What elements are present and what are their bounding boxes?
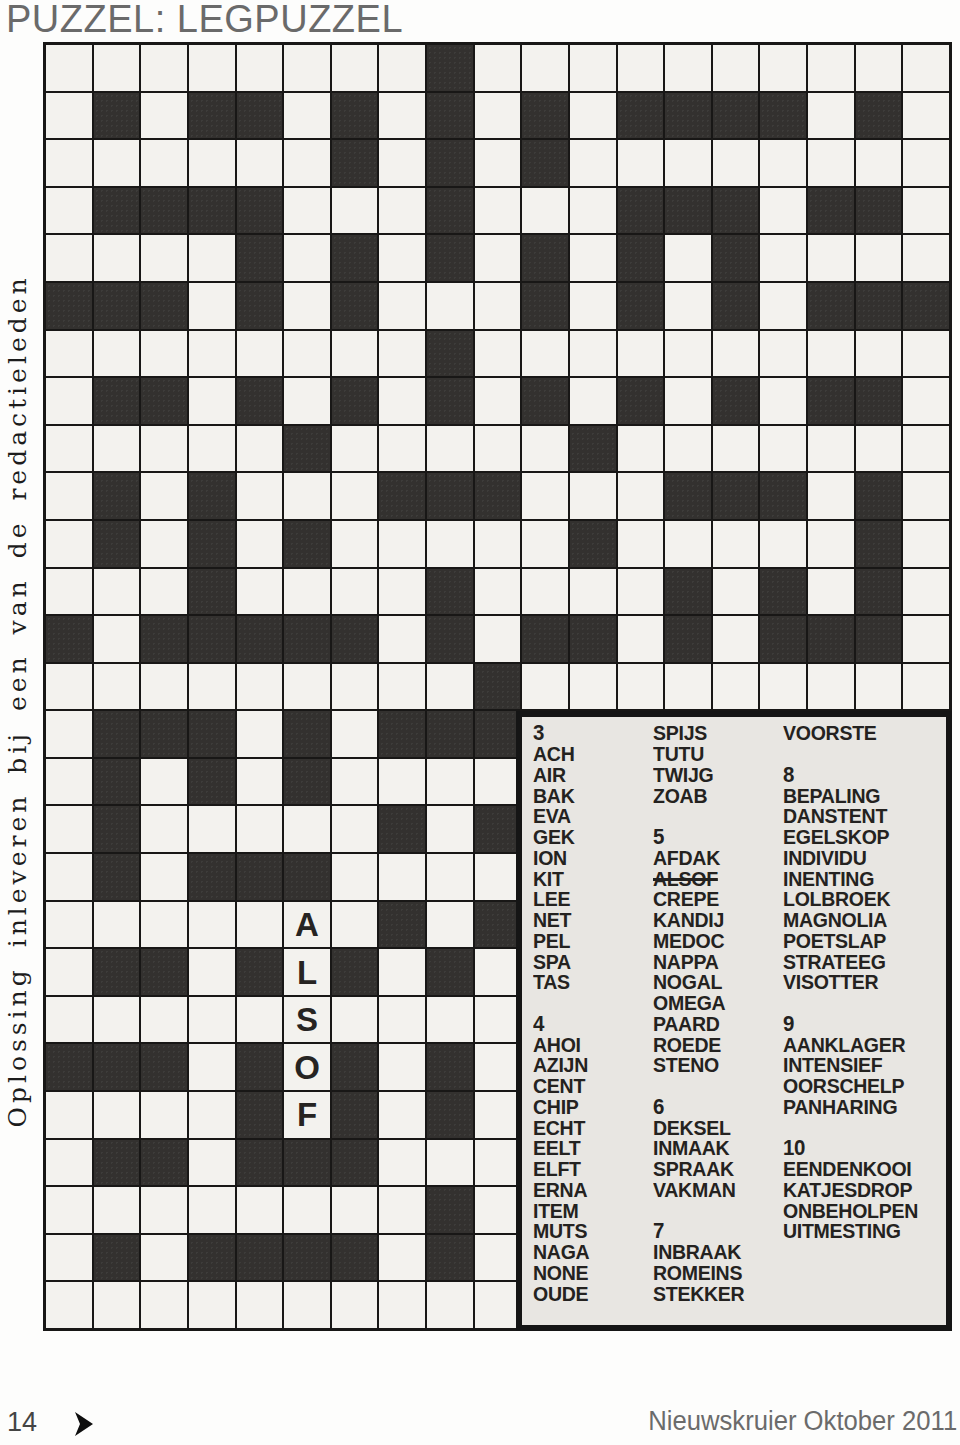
empty-cell — [808, 45, 854, 91]
black-cell — [237, 93, 283, 139]
empty-cell — [713, 331, 759, 377]
empty-cell — [522, 331, 568, 377]
empty-cell — [94, 616, 140, 662]
word-item: AIR — [533, 765, 645, 786]
black-cell — [284, 759, 330, 805]
black-cell — [856, 188, 902, 234]
empty-cell — [379, 426, 425, 472]
word-item: CREPE — [653, 889, 774, 910]
black-cell — [189, 473, 235, 519]
empty-cell — [665, 235, 711, 281]
empty-cell — [94, 235, 140, 281]
empty-cell — [427, 1140, 473, 1186]
black-cell — [427, 949, 473, 995]
page-title: PUZZEL: LEGPUZZEL — [6, 0, 403, 41]
black-cell — [713, 283, 759, 329]
word-item: EENDENKOOI — [783, 1159, 935, 1180]
empty-cell — [141, 854, 187, 900]
black-cell — [332, 616, 378, 662]
empty-cell — [903, 378, 949, 424]
word-item: INMAAK — [653, 1138, 774, 1159]
empty-cell — [618, 426, 664, 472]
empty-cell — [475, 997, 521, 1043]
word-item: NET — [533, 910, 645, 931]
black-cell — [760, 616, 806, 662]
empty-cell — [760, 188, 806, 234]
word-item: VOORSTE — [783, 723, 935, 744]
black-cell — [332, 283, 378, 329]
empty-cell — [570, 664, 616, 710]
empty-cell — [189, 997, 235, 1043]
empty-cell — [808, 569, 854, 615]
word-length-header: 5 — [653, 827, 774, 848]
black-cell — [141, 283, 187, 329]
empty-cell — [332, 902, 378, 948]
word-item: MAGNOLIA — [783, 910, 935, 931]
empty-cell — [94, 664, 140, 710]
black-cell — [237, 188, 283, 234]
empty-cell — [46, 235, 92, 281]
word-length-header: 9 — [783, 1014, 935, 1035]
black-cell — [427, 1187, 473, 1233]
word-item: BAK — [533, 785, 645, 806]
word-item: AANKLAGER — [783, 1034, 935, 1055]
empty-cell — [760, 283, 806, 329]
empty-cell — [760, 45, 806, 91]
empty-cell — [284, 140, 330, 186]
scanned-puzzle-page: PUZZEL: LEGPUZZEL Oplossing inleveren bi… — [0, 0, 960, 1445]
black-cell — [808, 188, 854, 234]
word-item: VAKMAN — [653, 1180, 774, 1201]
black-cell — [856, 616, 902, 662]
word-list-column-2: SPIJSTUTUTWIJGZOAB5AFDAKALSOFCREPEKANDIJ… — [653, 723, 783, 1304]
empty-cell — [427, 426, 473, 472]
word-length-header: 6 — [653, 1097, 774, 1118]
empty-cell — [475, 378, 521, 424]
empty-cell — [94, 140, 140, 186]
empty-cell — [760, 235, 806, 281]
empty-cell — [379, 1092, 425, 1138]
empty-cell — [379, 664, 425, 710]
word-item: DANSTENT — [783, 806, 935, 827]
empty-cell — [46, 759, 92, 805]
empty-cell — [284, 93, 330, 139]
empty-cell — [189, 1140, 235, 1186]
black-cell — [475, 902, 521, 948]
black-cell — [665, 616, 711, 662]
empty-cell — [379, 140, 425, 186]
black-cell — [427, 616, 473, 662]
empty-cell — [713, 45, 759, 91]
empty-cell — [522, 664, 568, 710]
empty-cell — [332, 331, 378, 377]
empty-cell — [332, 45, 378, 91]
empty-cell — [46, 93, 92, 139]
empty-cell — [46, 854, 92, 900]
empty-cell — [903, 45, 949, 91]
empty-cell — [713, 521, 759, 567]
black-cell — [332, 1092, 378, 1138]
empty-cell — [379, 1140, 425, 1186]
empty-cell — [475, 1282, 521, 1328]
empty-cell — [189, 331, 235, 377]
black-cell — [427, 1044, 473, 1090]
black-cell — [427, 711, 473, 757]
empty-cell — [237, 569, 283, 615]
black-cell — [94, 521, 140, 567]
black-cell — [94, 949, 140, 995]
black-cell — [141, 616, 187, 662]
black-cell — [332, 1235, 378, 1281]
black-cell — [284, 616, 330, 662]
empty-cell — [570, 569, 616, 615]
black-cell — [760, 93, 806, 139]
word-length-header: 4 — [533, 1014, 645, 1035]
black-cell — [665, 188, 711, 234]
empty-cell — [379, 283, 425, 329]
empty-cell — [379, 521, 425, 567]
black-cell — [618, 93, 664, 139]
black-cell — [141, 711, 187, 757]
empty-cell — [141, 569, 187, 615]
word-list-gap — [653, 806, 774, 827]
right-arrow-icon — [73, 1411, 95, 1441]
black-cell — [284, 711, 330, 757]
prefilled-letter-cell: F — [284, 1092, 330, 1138]
empty-cell — [284, 806, 330, 852]
empty-cell — [141, 997, 187, 1043]
word-item: ITEM — [533, 1200, 645, 1221]
empty-cell — [379, 854, 425, 900]
black-cell — [713, 235, 759, 281]
word-length-header: 7 — [653, 1221, 774, 1242]
empty-cell — [94, 997, 140, 1043]
empty-cell — [284, 378, 330, 424]
word-item: KANDIJ — [653, 910, 774, 931]
prefilled-letter-cell: A — [284, 902, 330, 948]
prefilled-letter-cell: S — [284, 997, 330, 1043]
black-cell — [379, 711, 425, 757]
black-cell — [94, 1044, 140, 1090]
black-cell — [237, 1235, 283, 1281]
empty-cell — [332, 854, 378, 900]
empty-cell — [379, 1044, 425, 1090]
footer-publication: Nieuwskruier Oktober 2011 — [648, 1406, 957, 1437]
black-cell — [94, 854, 140, 900]
empty-cell — [713, 140, 759, 186]
empty-cell — [141, 759, 187, 805]
word-item: SPRAAK — [653, 1159, 774, 1180]
word-item: INENTING — [783, 868, 935, 889]
empty-cell — [141, 902, 187, 948]
empty-cell — [46, 1140, 92, 1186]
word-item: GEK — [533, 827, 645, 848]
word-item: BEPALING — [783, 785, 935, 806]
empty-cell — [427, 854, 473, 900]
empty-cell — [46, 140, 92, 186]
word-item: EVA — [533, 806, 645, 827]
empty-cell — [760, 140, 806, 186]
empty-cell — [475, 93, 521, 139]
empty-cell — [570, 235, 616, 281]
empty-cell — [141, 806, 187, 852]
empty-cell — [46, 664, 92, 710]
empty-cell — [332, 664, 378, 710]
black-cell — [284, 521, 330, 567]
empty-cell — [189, 45, 235, 91]
word-item: INBRAAK — [653, 1242, 774, 1263]
empty-cell — [475, 188, 521, 234]
empty-cell — [46, 188, 92, 234]
empty-cell — [284, 45, 330, 91]
empty-cell — [618, 331, 664, 377]
empty-cell — [475, 426, 521, 472]
word-item: ECHT — [533, 1117, 645, 1138]
word-list-gap — [653, 1076, 774, 1097]
black-cell — [141, 1044, 187, 1090]
empty-cell — [46, 426, 92, 472]
black-cell — [189, 711, 235, 757]
word-item: ROMEINS — [653, 1263, 774, 1284]
empty-cell — [189, 1044, 235, 1090]
empty-cell — [713, 664, 759, 710]
black-cell — [760, 473, 806, 519]
empty-cell — [665, 331, 711, 377]
empty-cell — [808, 235, 854, 281]
black-cell — [237, 378, 283, 424]
black-cell — [332, 1140, 378, 1186]
black-cell — [284, 1140, 330, 1186]
empty-cell — [332, 759, 378, 805]
black-cell — [427, 1235, 473, 1281]
black-cell — [94, 473, 140, 519]
empty-cell — [903, 664, 949, 710]
empty-cell — [760, 426, 806, 472]
empty-cell — [379, 188, 425, 234]
empty-cell — [284, 188, 330, 234]
empty-cell — [46, 45, 92, 91]
empty-cell — [808, 664, 854, 710]
empty-cell — [760, 331, 806, 377]
empty-cell — [141, 235, 187, 281]
empty-cell — [475, 1092, 521, 1138]
empty-cell — [522, 521, 568, 567]
empty-cell — [46, 331, 92, 377]
empty-cell — [618, 45, 664, 91]
black-cell — [427, 473, 473, 519]
black-cell — [475, 664, 521, 710]
word-item: OMEGA — [653, 993, 774, 1014]
empty-cell — [522, 473, 568, 519]
empty-cell — [522, 569, 568, 615]
empty-cell — [570, 140, 616, 186]
word-item: TAS — [533, 972, 645, 993]
empty-cell — [903, 331, 949, 377]
word-item: STRATEEG — [783, 951, 935, 972]
empty-cell — [808, 521, 854, 567]
empty-cell — [379, 949, 425, 995]
empty-cell — [903, 616, 949, 662]
empty-cell — [141, 1187, 187, 1233]
page-number: 14 — [7, 1407, 37, 1438]
empty-cell — [237, 711, 283, 757]
word-item: UITMESTING — [783, 1221, 935, 1242]
empty-cell — [284, 283, 330, 329]
empty-cell — [570, 188, 616, 234]
empty-cell — [237, 902, 283, 948]
black-cell — [475, 806, 521, 852]
empty-cell — [427, 521, 473, 567]
empty-cell — [284, 664, 330, 710]
empty-cell — [475, 140, 521, 186]
word-item: NOGAL — [653, 972, 774, 993]
empty-cell — [332, 711, 378, 757]
black-cell — [427, 140, 473, 186]
empty-cell — [618, 664, 664, 710]
word-item: EELT — [533, 1138, 645, 1159]
empty-cell — [475, 949, 521, 995]
black-cell — [570, 426, 616, 472]
black-cell — [284, 426, 330, 472]
empty-cell — [189, 140, 235, 186]
word-item: LEE — [533, 889, 645, 910]
empty-cell — [237, 45, 283, 91]
black-cell — [856, 283, 902, 329]
black-cell — [141, 949, 187, 995]
empty-cell — [189, 1187, 235, 1233]
empty-cell — [284, 331, 330, 377]
empty-cell — [141, 426, 187, 472]
empty-cell — [332, 1282, 378, 1328]
black-cell — [94, 711, 140, 757]
black-cell — [94, 188, 140, 234]
empty-cell — [475, 759, 521, 805]
word-item: TWIJG — [653, 765, 774, 786]
black-cell — [189, 188, 235, 234]
black-cell — [522, 235, 568, 281]
empty-cell — [903, 188, 949, 234]
black-cell — [141, 378, 187, 424]
black-cell — [379, 902, 425, 948]
black-cell — [760, 569, 806, 615]
empty-cell — [665, 378, 711, 424]
black-cell — [237, 949, 283, 995]
empty-cell — [237, 664, 283, 710]
empty-cell — [808, 426, 854, 472]
empty-cell — [379, 378, 425, 424]
empty-cell — [856, 664, 902, 710]
empty-cell — [522, 426, 568, 472]
empty-cell — [94, 1282, 140, 1328]
empty-cell — [189, 378, 235, 424]
word-list-column-1: 3ACHAIRBAKEVAGEKIONKITLEENETPELSPATAS4AH… — [533, 723, 653, 1304]
empty-cell — [570, 283, 616, 329]
black-cell — [427, 1092, 473, 1138]
black-cell — [808, 283, 854, 329]
empty-cell — [856, 426, 902, 472]
black-cell — [237, 1092, 283, 1138]
empty-cell — [570, 378, 616, 424]
empty-cell — [903, 93, 949, 139]
empty-cell — [237, 997, 283, 1043]
word-item: CHIP — [533, 1097, 645, 1118]
black-cell — [618, 283, 664, 329]
empty-cell — [46, 806, 92, 852]
empty-cell — [903, 473, 949, 519]
word-list-gap — [783, 744, 935, 765]
word-item: DEKSEL — [653, 1117, 774, 1138]
word-list-gap — [783, 993, 935, 1014]
empty-cell — [427, 902, 473, 948]
word-item: STENO — [653, 1055, 774, 1076]
black-cell — [618, 188, 664, 234]
prefilled-letter-cell: O — [284, 1044, 330, 1090]
empty-cell — [46, 521, 92, 567]
black-cell — [808, 378, 854, 424]
word-item: ION — [533, 848, 645, 869]
empty-cell — [475, 1140, 521, 1186]
black-cell — [332, 1044, 378, 1090]
empty-cell — [237, 140, 283, 186]
black-cell — [141, 1140, 187, 1186]
empty-cell — [665, 140, 711, 186]
word-item: NONE — [533, 1263, 645, 1284]
empty-cell — [284, 1282, 330, 1328]
empty-cell — [237, 806, 283, 852]
empty-cell — [284, 569, 330, 615]
empty-cell — [475, 616, 521, 662]
black-cell — [856, 378, 902, 424]
empty-cell — [237, 426, 283, 472]
black-cell — [713, 188, 759, 234]
empty-cell — [618, 140, 664, 186]
black-cell — [94, 759, 140, 805]
empty-cell — [237, 331, 283, 377]
black-cell — [189, 569, 235, 615]
empty-cell — [237, 521, 283, 567]
word-item: CENT — [533, 1076, 645, 1097]
empty-cell — [46, 1282, 92, 1328]
word-item: AHOI — [533, 1034, 645, 1055]
empty-cell — [903, 569, 949, 615]
empty-cell — [94, 426, 140, 472]
empty-cell — [46, 949, 92, 995]
black-cell — [713, 378, 759, 424]
empty-cell — [284, 235, 330, 281]
empty-cell — [332, 521, 378, 567]
black-cell — [237, 854, 283, 900]
empty-cell — [189, 664, 235, 710]
empty-cell — [427, 997, 473, 1043]
black-cell — [237, 1044, 283, 1090]
prefilled-letter-cell: L — [284, 949, 330, 995]
empty-cell — [94, 902, 140, 948]
black-cell — [189, 521, 235, 567]
word-item: INDIVIDU — [783, 848, 935, 869]
empty-cell — [332, 426, 378, 472]
black-cell — [427, 235, 473, 281]
empty-cell — [237, 1282, 283, 1328]
empty-cell — [475, 1187, 521, 1233]
black-cell — [522, 140, 568, 186]
empty-cell — [46, 902, 92, 948]
empty-cell — [237, 759, 283, 805]
empty-cell — [903, 140, 949, 186]
black-cell — [427, 569, 473, 615]
word-item: AFDAK — [653, 848, 774, 869]
black-cell — [618, 235, 664, 281]
empty-cell — [808, 331, 854, 377]
